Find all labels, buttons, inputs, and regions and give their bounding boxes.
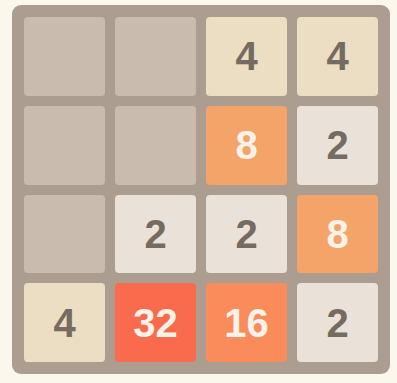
- tile-4-r4c1: 4: [24, 283, 105, 362]
- tile-2-r2c4: 2: [297, 106, 378, 185]
- empty-cell-r2c2: [115, 106, 196, 185]
- empty-cell-r1c1: [24, 17, 105, 96]
- tile-8-r3c4: 8: [297, 195, 378, 274]
- empty-cell-r1c2: [115, 17, 196, 96]
- tile-16-r4c3: 16: [206, 283, 287, 362]
- tile-8-r2c3: 8: [206, 106, 287, 185]
- tile-2-r3c3: 2: [206, 195, 287, 274]
- tile-4-r1c3: 4: [206, 17, 287, 96]
- tile-4-r1c4: 4: [297, 17, 378, 96]
- tile-32-r4c2: 32: [115, 283, 196, 362]
- board-2048[interactable]: 4482228432162: [12, 5, 390, 374]
- tile-2-r4c4: 2: [297, 283, 378, 362]
- empty-cell-r2c1: [24, 106, 105, 185]
- page-background: { "game": "2048", "board": { "rows": 4, …: [0, 0, 397, 383]
- tile-2-r3c2: 2: [115, 195, 196, 274]
- empty-cell-r3c1: [24, 195, 105, 274]
